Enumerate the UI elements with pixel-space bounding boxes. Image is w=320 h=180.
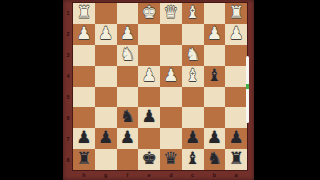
square-e3[interactable] <box>138 45 160 66</box>
square-d6[interactable] <box>160 107 182 128</box>
rank-label-1: 1 <box>63 3 73 24</box>
piece-white-knight: ♞ <box>185 46 200 63</box>
square-e5[interactable] <box>138 87 160 108</box>
file-labels: hgfedcba <box>73 170 247 179</box>
square-h8[interactable]: ♜ <box>73 149 95 170</box>
piece-white-rook: ♜ <box>229 4 244 21</box>
square-a8[interactable]: ♜ <box>225 149 247 170</box>
square-h4[interactable] <box>73 66 95 87</box>
chess-board: 12345678 ♜♚♛♝♜♟♟♟♟♟♞♞♟♟♝♝♞♟♟♟♟♟♟♟♜♚♛♝♞♜ … <box>63 0 254 180</box>
square-a4[interactable] <box>225 66 247 87</box>
square-c5[interactable] <box>182 87 204 108</box>
rank-label-2: 2 <box>63 24 73 45</box>
piece-black-pawn: ♟ <box>120 129 135 146</box>
piece-white-rook: ♜ <box>76 4 91 21</box>
square-b8[interactable]: ♞ <box>204 149 226 170</box>
square-e1[interactable]: ♚ <box>138 3 160 24</box>
piece-white-pawn: ♟ <box>98 25 113 42</box>
square-a3[interactable] <box>225 45 247 66</box>
square-a2[interactable]: ♟ <box>225 24 247 45</box>
square-f1[interactable] <box>117 3 139 24</box>
piece-black-queen: ♛ <box>163 150 178 167</box>
square-c2[interactable] <box>182 24 204 45</box>
square-f5[interactable] <box>117 87 139 108</box>
square-f2[interactable]: ♟ <box>117 24 139 45</box>
square-b2[interactable]: ♟ <box>204 24 226 45</box>
piece-white-queen: ♛ <box>163 4 178 21</box>
piece-black-king: ♚ <box>142 150 157 167</box>
rank-label-7: 7 <box>63 128 73 149</box>
square-c7[interactable]: ♟ <box>182 128 204 149</box>
piece-white-pawn: ♟ <box>120 25 135 42</box>
square-g4[interactable] <box>95 66 117 87</box>
square-h2[interactable]: ♟ <box>73 24 95 45</box>
square-g6[interactable] <box>95 107 117 128</box>
board-squares: ♜♚♛♝♜♟♟♟♟♟♞♞♟♟♝♝♞♟♟♟♟♟♟♟♜♚♛♝♞♜ <box>73 3 247 170</box>
square-d2[interactable] <box>160 24 182 45</box>
piece-black-bishop: ♝ <box>185 150 200 167</box>
square-b5[interactable] <box>204 87 226 108</box>
file-label-a: a <box>225 170 247 179</box>
piece-white-pawn: ♟ <box>142 67 157 84</box>
square-a1[interactable]: ♜ <box>225 3 247 24</box>
piece-white-pawn: ♟ <box>163 67 178 84</box>
file-label-h: h <box>73 170 95 179</box>
square-d4[interactable]: ♟ <box>160 66 182 87</box>
piece-white-pawn: ♟ <box>207 25 222 42</box>
piece-black-rook: ♜ <box>229 150 244 167</box>
square-a7[interactable]: ♟ <box>225 128 247 149</box>
video-frame: 12345678 ♜♚♛♝♜♟♟♟♟♟♞♞♟♟♝♝♞♟♟♟♟♟♟♟♜♚♛♝♞♜ … <box>0 0 320 180</box>
piece-white-king: ♚ <box>142 4 157 21</box>
square-g5[interactable] <box>95 87 117 108</box>
square-e7[interactable] <box>138 128 160 149</box>
square-b1[interactable] <box>204 3 226 24</box>
square-g3[interactable] <box>95 45 117 66</box>
piece-white-pawn: ♟ <box>229 25 244 42</box>
file-label-d: d <box>160 170 182 179</box>
rank-label-6: 6 <box>63 107 73 128</box>
square-b7[interactable]: ♟ <box>204 128 226 149</box>
square-g1[interactable] <box>95 3 117 24</box>
square-f8[interactable] <box>117 149 139 170</box>
square-b6[interactable] <box>204 107 226 128</box>
square-g2[interactable]: ♟ <box>95 24 117 45</box>
rank-label-4: 4 <box>63 66 73 87</box>
piece-black-pawn: ♟ <box>185 129 200 146</box>
square-d3[interactable] <box>160 45 182 66</box>
square-h5[interactable] <box>73 87 95 108</box>
square-f6[interactable]: ♞ <box>117 107 139 128</box>
square-d5[interactable] <box>160 87 182 108</box>
piece-white-bishop: ♝ <box>185 4 200 21</box>
square-b3[interactable] <box>204 45 226 66</box>
piece-black-pawn: ♟ <box>142 108 157 125</box>
square-e6[interactable]: ♟ <box>138 107 160 128</box>
rank-label-5: 5 <box>63 87 73 108</box>
square-a5[interactable] <box>225 87 247 108</box>
file-label-f: f <box>117 170 139 179</box>
piece-black-pawn: ♟ <box>98 129 113 146</box>
piece-black-pawn: ♟ <box>207 129 222 146</box>
file-label-b: b <box>204 170 226 179</box>
piece-black-bishop: ♝ <box>207 67 222 84</box>
file-label-c: c <box>182 170 204 179</box>
square-c8[interactable]: ♝ <box>182 149 204 170</box>
scrollbar-marker <box>246 84 249 89</box>
rank-label-8: 8 <box>63 149 73 170</box>
square-d8[interactable]: ♛ <box>160 149 182 170</box>
piece-black-knight: ♞ <box>120 108 135 125</box>
scrollbar[interactable] <box>246 56 249 123</box>
square-g7[interactable]: ♟ <box>95 128 117 149</box>
piece-white-bishop: ♝ <box>185 67 200 84</box>
rank-labels: 12345678 <box>63 3 73 170</box>
piece-black-rook: ♜ <box>76 150 91 167</box>
square-e2[interactable] <box>138 24 160 45</box>
piece-black-pawn: ♟ <box>229 129 244 146</box>
square-f3[interactable]: ♞ <box>117 45 139 66</box>
square-e4[interactable]: ♟ <box>138 66 160 87</box>
piece-white-knight: ♞ <box>120 46 135 63</box>
square-c3[interactable]: ♞ <box>182 45 204 66</box>
rank-label-3: 3 <box>63 45 73 66</box>
square-d1[interactable]: ♛ <box>160 3 182 24</box>
square-h6[interactable] <box>73 107 95 128</box>
file-label-g: g <box>95 170 117 179</box>
square-h7[interactable]: ♟ <box>73 128 95 149</box>
square-e8[interactable]: ♚ <box>138 149 160 170</box>
square-b4[interactable]: ♝ <box>204 66 226 87</box>
file-label-e: e <box>138 170 160 179</box>
square-f4[interactable] <box>117 66 139 87</box>
square-c1[interactable]: ♝ <box>182 3 204 24</box>
square-g8[interactable] <box>95 149 117 170</box>
square-h3[interactable] <box>73 45 95 66</box>
square-f7[interactable]: ♟ <box>117 128 139 149</box>
piece-black-knight: ♞ <box>207 150 222 167</box>
square-h1[interactable]: ♜ <box>73 3 95 24</box>
piece-black-pawn: ♟ <box>76 129 91 146</box>
square-d7[interactable] <box>160 128 182 149</box>
square-c6[interactable] <box>182 107 204 128</box>
piece-white-pawn: ♟ <box>76 25 91 42</box>
square-c4[interactable]: ♝ <box>182 66 204 87</box>
square-a6[interactable] <box>225 107 247 128</box>
